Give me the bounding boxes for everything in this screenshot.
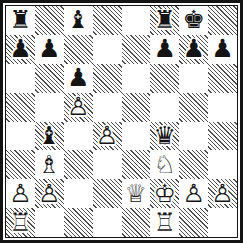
white-pawn-glyph: ♙ <box>179 179 208 208</box>
square-b3[interactable]: ♝♗ <box>35 150 64 179</box>
square-g7[interactable]: ♟♟ <box>179 35 208 64</box>
square-d7[interactable] <box>93 35 122 64</box>
square-g4[interactable] <box>179 122 208 151</box>
square-e7[interactable] <box>122 35 151 64</box>
square-h2[interactable]: ♟♙ <box>208 179 237 208</box>
white-pawn-glyph: ♙ <box>93 122 122 151</box>
square-h3[interactable] <box>208 150 237 179</box>
square-c6[interactable]: ♟♟ <box>64 64 93 93</box>
square-f1[interactable]: ♜♖ <box>150 208 179 237</box>
square-a1[interactable]: ♜♖ <box>6 208 35 237</box>
white-queen-glyph: ♕ <box>122 179 151 208</box>
square-c8[interactable]: ♝♝ <box>64 6 93 35</box>
black-king-glyph: ♚ <box>179 6 208 35</box>
square-d2[interactable] <box>93 179 122 208</box>
white-pawn-glyph: ♙ <box>6 179 35 208</box>
black-bishop-glyph: ♝ <box>64 6 93 35</box>
square-a8[interactable]: ♜♜ <box>6 6 35 35</box>
square-d4[interactable]: ♟♙ <box>93 122 122 151</box>
square-a2[interactable]: ♟♙ <box>6 179 35 208</box>
black-rook-glyph: ♜ <box>6 6 35 35</box>
square-g5[interactable] <box>179 93 208 122</box>
square-c4[interactable] <box>64 122 93 151</box>
square-a4[interactable] <box>6 122 35 151</box>
piece-black-bishop[interactable]: ♝♝ <box>64 6 93 35</box>
piece-black-pawn[interactable]: ♟♟ <box>35 35 64 64</box>
piece-white-king[interactable]: ♚♔ <box>150 179 179 208</box>
square-e3[interactable] <box>122 150 151 179</box>
square-d5[interactable] <box>93 93 122 122</box>
square-g8[interactable]: ♚♚ <box>179 6 208 35</box>
piece-black-pawn[interactable]: ♟♟ <box>64 64 93 93</box>
piece-black-king[interactable]: ♚♚ <box>179 6 208 35</box>
square-e1[interactable] <box>122 208 151 237</box>
square-d8[interactable] <box>93 6 122 35</box>
white-pawn-glyph: ♙ <box>35 179 64 208</box>
piece-black-pawn[interactable]: ♟♟ <box>150 35 179 64</box>
square-a7[interactable]: ♟♟ <box>6 35 35 64</box>
square-h1[interactable] <box>208 208 237 237</box>
piece-white-pawn[interactable]: ♟♙ <box>35 179 64 208</box>
chess-board-frame: ♜♜♝♝♜♜♚♚♟♟♟♟♟♟♟♟♟♟♟♟♟♙♝♝♟♙♛♛♝♗♞♘♟♙♟♙♛♕♚♔… <box>0 0 243 243</box>
white-pawn-glyph: ♙ <box>64 93 93 122</box>
square-g3[interactable] <box>179 150 208 179</box>
square-b6[interactable] <box>35 64 64 93</box>
square-h6[interactable] <box>208 64 237 93</box>
chess-board: ♜♜♝♝♜♜♚♚♟♟♟♟♟♟♟♟♟♟♟♟♟♙♝♝♟♙♛♛♝♗♞♘♟♙♟♙♛♕♚♔… <box>5 5 238 238</box>
square-f4[interactable]: ♛♛ <box>150 122 179 151</box>
black-pawn-glyph: ♟ <box>150 35 179 64</box>
square-a5[interactable] <box>6 93 35 122</box>
piece-white-rook[interactable]: ♜♖ <box>6 208 35 237</box>
piece-white-knight[interactable]: ♞♘ <box>150 150 179 179</box>
square-g1[interactable] <box>179 208 208 237</box>
black-pawn-glyph: ♟ <box>35 35 64 64</box>
piece-black-pawn[interactable]: ♟♟ <box>179 35 208 64</box>
square-e4[interactable] <box>122 122 151 151</box>
square-e2[interactable]: ♛♕ <box>122 179 151 208</box>
black-pawn-glyph: ♟ <box>208 35 237 64</box>
white-rook-glyph: ♖ <box>150 208 179 237</box>
square-f7[interactable]: ♟♟ <box>150 35 179 64</box>
black-bishop-glyph: ♝ <box>35 122 64 151</box>
square-g6[interactable] <box>179 64 208 93</box>
piece-white-queen[interactable]: ♛♕ <box>122 179 151 208</box>
square-c2[interactable] <box>64 179 93 208</box>
black-pawn-glyph: ♟ <box>6 35 35 64</box>
square-e5[interactable] <box>122 93 151 122</box>
square-h8[interactable] <box>208 6 237 35</box>
piece-white-pawn[interactable]: ♟♙ <box>6 179 35 208</box>
white-rook-glyph: ♖ <box>6 208 35 237</box>
square-f6[interactable] <box>150 64 179 93</box>
square-h7[interactable]: ♟♟ <box>208 35 237 64</box>
piece-white-pawn[interactable]: ♟♙ <box>93 122 122 151</box>
piece-white-pawn[interactable]: ♟♙ <box>208 179 237 208</box>
square-h4[interactable] <box>208 122 237 151</box>
black-pawn-glyph: ♟ <box>64 64 93 93</box>
white-king-glyph: ♔ <box>150 179 179 208</box>
square-e6[interactable] <box>122 64 151 93</box>
white-knight-glyph: ♘ <box>150 150 179 179</box>
square-d6[interactable] <box>93 64 122 93</box>
square-d3[interactable] <box>93 150 122 179</box>
square-a3[interactable] <box>6 150 35 179</box>
square-h5[interactable] <box>208 93 237 122</box>
black-rook-glyph: ♜ <box>150 6 179 35</box>
square-c5[interactable]: ♟♙ <box>64 93 93 122</box>
white-bishop-glyph: ♗ <box>35 150 64 179</box>
piece-white-pawn[interactable]: ♟♙ <box>64 93 93 122</box>
white-pawn-glyph: ♙ <box>208 179 237 208</box>
square-d1[interactable] <box>93 208 122 237</box>
square-f5[interactable] <box>150 93 179 122</box>
black-queen-glyph: ♛ <box>150 122 179 151</box>
square-c7[interactable] <box>64 35 93 64</box>
piece-white-pawn[interactable]: ♟♙ <box>179 179 208 208</box>
square-b8[interactable] <box>35 6 64 35</box>
piece-black-rook[interactable]: ♜♜ <box>150 6 179 35</box>
square-f2[interactable]: ♚♔ <box>150 179 179 208</box>
square-e8[interactable] <box>122 6 151 35</box>
square-b2[interactable]: ♟♙ <box>35 179 64 208</box>
square-b5[interactable] <box>35 93 64 122</box>
piece-black-rook[interactable]: ♜♜ <box>6 6 35 35</box>
piece-white-rook[interactable]: ♜♖ <box>150 208 179 237</box>
black-pawn-glyph: ♟ <box>179 35 208 64</box>
square-f3[interactable]: ♞♘ <box>150 150 179 179</box>
square-b4[interactable]: ♝♝ <box>35 122 64 151</box>
square-a6[interactable] <box>6 64 35 93</box>
square-c1[interactable] <box>64 208 93 237</box>
piece-white-bishop[interactable]: ♝♗ <box>35 150 64 179</box>
piece-black-bishop[interactable]: ♝♝ <box>35 122 64 151</box>
piece-black-pawn[interactable]: ♟♟ <box>6 35 35 64</box>
square-b7[interactable]: ♟♟ <box>35 35 64 64</box>
piece-black-pawn[interactable]: ♟♟ <box>208 35 237 64</box>
square-g2[interactable]: ♟♙ <box>179 179 208 208</box>
square-c3[interactable] <box>64 150 93 179</box>
square-b1[interactable] <box>35 208 64 237</box>
piece-black-queen[interactable]: ♛♛ <box>150 122 179 151</box>
square-f8[interactable]: ♜♜ <box>150 6 179 35</box>
